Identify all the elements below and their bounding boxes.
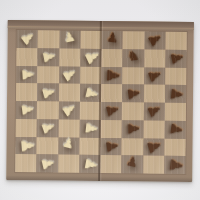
dark-piece-lying-r6c6: ♟ xyxy=(125,122,141,136)
square-r1c2-light xyxy=(38,30,59,48)
square-r7c8-light xyxy=(164,138,185,156)
light-piece-lying-r6c4: ♟ xyxy=(82,121,98,136)
dark-piece-lying-r2c8: ♟ xyxy=(167,50,185,67)
square-r7c6-light xyxy=(122,138,143,156)
light-piece-lying-r6c2: ♟ xyxy=(38,119,57,137)
square-r8c8-dark: ♟ xyxy=(164,156,185,174)
square-r3c1-dark: ♟ xyxy=(16,66,37,84)
light-piece-lying-r8c2: ♟ xyxy=(38,155,56,172)
square-r1c8-light xyxy=(165,32,186,50)
square-r8c1-light xyxy=(15,154,36,172)
square-r5c7-dark: ♟ xyxy=(143,102,164,120)
dark-piece-lying-r7c7: ♟ xyxy=(143,137,163,156)
square-r3c2-light xyxy=(37,66,58,84)
square-r2c3-light xyxy=(59,48,80,66)
square-r8c2-dark: ♟ xyxy=(36,155,57,173)
dark-piece-lying-r1c7: ♟ xyxy=(145,31,165,50)
square-r2c7-light xyxy=(144,49,165,67)
square-r1c6-light xyxy=(123,31,144,49)
light-piece-lying-r1c1: ♟ xyxy=(17,29,37,49)
square-r5c8-light xyxy=(165,103,186,121)
square-r5c6-light xyxy=(122,102,143,120)
photo-background: ♟♟♟♟♟♟♞♟♟♟♟♟♟♟♟♟♟♟♟♟♟♟♟♟♟♟♟♟♟♟♟♟ xyxy=(0,0,200,200)
light-piece-lying-r4c4: ♟ xyxy=(82,85,100,101)
light-piece-lying-r4c2: ♟ xyxy=(39,84,57,101)
square-r5c1-dark: ♟ xyxy=(16,101,37,119)
square-r8c6-dark: ♟ xyxy=(121,155,142,173)
dark-piece-lying-r8c8: ♟ xyxy=(166,157,184,174)
square-r8c7-light xyxy=(143,156,164,174)
square-r5c3-dark: ♟ xyxy=(58,102,79,120)
square-r3c6-light xyxy=(122,67,143,85)
square-r6c8-dark: ♟ xyxy=(164,120,185,138)
light-piece-lying-r3c1: ♟ xyxy=(19,67,35,81)
square-r4c2-dark: ♟ xyxy=(37,84,58,102)
square-r1c4-light xyxy=(80,31,101,49)
dark-piece-lying-r6c8: ♟ xyxy=(166,121,183,137)
square-r2c2-dark: ♟ xyxy=(38,48,59,66)
square-r7c3-dark: ♟ xyxy=(58,137,79,155)
square-r8c3-light xyxy=(58,155,79,173)
dark-piece-lying-r3c7: ♟ xyxy=(145,67,164,85)
square-r7c5-dark: ♟ xyxy=(100,138,121,156)
square-r1c1-dark: ♟ xyxy=(17,30,38,48)
dark-pawn-standing-r1c5: ♟ xyxy=(106,30,119,44)
square-r6c2-dark: ♟ xyxy=(37,119,58,137)
dark-piece-lying-r7c5: ♟ xyxy=(103,139,120,155)
square-r6c7-light xyxy=(143,120,164,138)
square-r7c4-light xyxy=(79,137,100,155)
square-r3c5-dark: ♟ xyxy=(101,67,122,85)
light-piece-lying-r2c2: ♟ xyxy=(40,49,57,65)
light-pawn-standing-r7c3: ♟ xyxy=(61,136,76,152)
light-piece-lying-r3c3: ♟ xyxy=(59,65,79,84)
square-r6c1-light xyxy=(16,119,37,137)
square-r4c1-light xyxy=(16,83,37,101)
square-r4c3-light xyxy=(58,84,79,102)
square-r2c1-light xyxy=(16,48,37,66)
square-r7c1-dark: ♟ xyxy=(15,137,36,155)
square-r7c7-dark: ♟ xyxy=(143,138,164,156)
square-r4c8-dark: ♟ xyxy=(165,85,186,103)
square-r2c4-dark: ♟ xyxy=(80,49,101,67)
square-r3c8-light xyxy=(165,67,186,85)
light-piece-lying-r7c1: ♟ xyxy=(17,137,35,153)
square-r5c5-dark: ♟ xyxy=(101,102,122,120)
square-r8c4-dark: ♟ xyxy=(79,155,100,173)
square-r2c6-dark: ♞ xyxy=(123,49,144,67)
square-r6c6-dark: ♟ xyxy=(122,120,143,138)
dark-pawn-standing-r8c6: ♟ xyxy=(125,154,139,169)
square-r3c4-light xyxy=(80,66,101,84)
dark-piece-lying-r5c7: ♟ xyxy=(144,102,163,121)
square-r2c8-dark: ♟ xyxy=(165,49,186,67)
square-r8c5-light xyxy=(100,155,121,173)
dark-knight-standing-r2c6: ♞ xyxy=(127,48,140,62)
square-r6c5-light xyxy=(101,120,122,138)
light-piece-lying-r5c1: ♟ xyxy=(18,102,35,117)
square-r7c2-light xyxy=(37,137,58,155)
square-r5c4-light xyxy=(80,102,101,120)
square-r1c3-dark: ♟ xyxy=(59,31,80,49)
dark-piece-lying-r3c5: ♟ xyxy=(103,68,120,84)
square-r3c7-dark: ♟ xyxy=(144,67,165,85)
square-r4c4-dark: ♟ xyxy=(80,84,101,102)
light-piece-lying-r5c3: ♟ xyxy=(59,101,79,121)
square-r4c6-dark: ♟ xyxy=(122,84,143,102)
square-r3c3-dark: ♟ xyxy=(59,66,80,84)
dark-piece-lying-r5c5: ♟ xyxy=(102,103,120,120)
chess-board: ♟♟♟♟♟♟♞♟♟♟♟♟♟♟♟♟♟♟♟♟♟♟♟♟♟♟♟♟♟♟♟♟ xyxy=(6,20,194,182)
light-piece-lying-r8c4: ♟ xyxy=(81,156,98,172)
square-r4c7-light xyxy=(143,85,164,103)
dark-piece-lying-r4c6: ♟ xyxy=(124,86,141,102)
light-pawn-standing-r1c3: ♟ xyxy=(63,30,77,45)
square-r6c4-dark: ♟ xyxy=(79,120,100,138)
square-r5c2-light xyxy=(37,101,58,119)
square-r1c5-dark: ♟ xyxy=(102,31,123,49)
square-r2c5-light xyxy=(101,49,122,67)
square-r4c5-light xyxy=(101,84,122,102)
dark-piece-lying-r4c8: ♟ xyxy=(167,86,183,101)
square-r1c7-dark: ♟ xyxy=(144,31,165,49)
